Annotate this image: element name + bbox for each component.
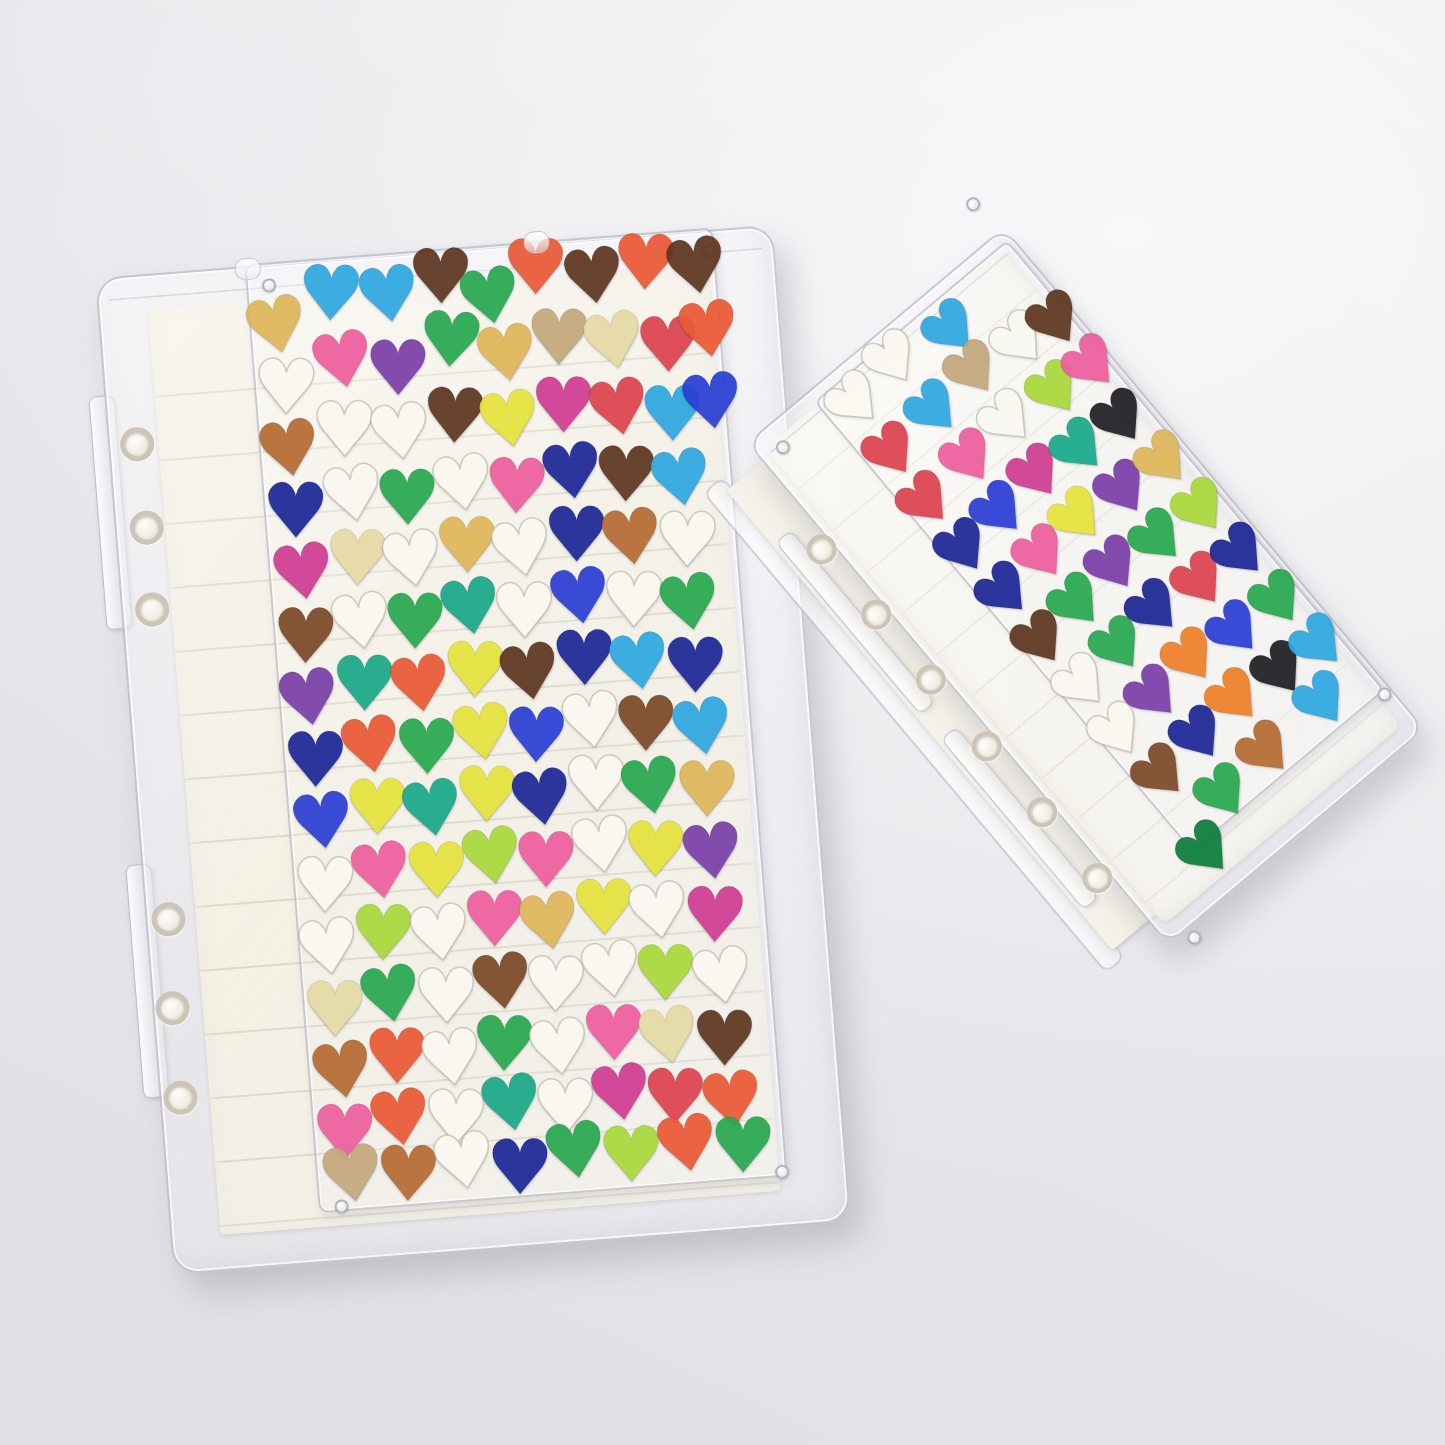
acrylic-heart: ♥: [709, 1108, 778, 1185]
hearts-panel: ♥♥♥♥♥♥♥♥♥♥♥♥♥♥♥♥♥♥♥♥♥♥♥♥♥♥♥♥♥♥♥♥♥♥♥♥♥♥♥♥…: [244, 227, 787, 1213]
photo-canvas: { "scene": { "description": "Overhead ph…: [0, 0, 1445, 1445]
binder-large: ♥♥♥♥♥♥♥♥♥♥♥♥♥♥♥♥♥♥♥♥♥♥♥♥♥♥♥♥♥♥♥♥♥♥♥♥♥♥♥♥…: [95, 225, 851, 1275]
